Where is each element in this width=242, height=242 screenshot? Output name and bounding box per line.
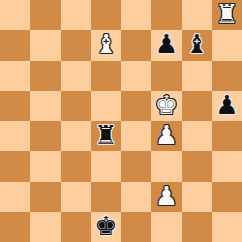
- square-e5[interactable]: [121, 91, 151, 121]
- square-e3[interactable]: [121, 151, 151, 181]
- square-d8[interactable]: [91, 0, 121, 30]
- square-h2[interactable]: [212, 182, 242, 212]
- square-a2[interactable]: [0, 182, 30, 212]
- square-d7[interactable]: ♝: [91, 30, 121, 60]
- white-pawn[interactable]: ♟: [155, 183, 178, 209]
- square-c5[interactable]: [61, 91, 91, 121]
- square-d3[interactable]: [91, 151, 121, 181]
- square-h6[interactable]: [212, 61, 242, 91]
- square-a7[interactable]: [0, 30, 30, 60]
- square-a6[interactable]: [0, 61, 30, 91]
- square-e6[interactable]: [121, 61, 151, 91]
- square-a3[interactable]: [0, 151, 30, 181]
- white-king[interactable]: ♚: [155, 92, 178, 118]
- chess-board: ♜♝♟♝♚♟♜♟♟♚: [0, 0, 242, 242]
- square-e8[interactable]: [121, 0, 151, 30]
- square-g3[interactable]: [182, 151, 212, 181]
- square-d2[interactable]: [91, 182, 121, 212]
- square-c6[interactable]: [61, 61, 91, 91]
- white-bishop[interactable]: ♝: [94, 31, 117, 57]
- square-g8[interactable]: [182, 0, 212, 30]
- square-a1[interactable]: [0, 212, 30, 242]
- square-h3[interactable]: [212, 151, 242, 181]
- square-c2[interactable]: [61, 182, 91, 212]
- square-c4[interactable]: [61, 121, 91, 151]
- square-c8[interactable]: [61, 0, 91, 30]
- square-d6[interactable]: [91, 61, 121, 91]
- square-d1[interactable]: ♚: [91, 212, 121, 242]
- square-f8[interactable]: [151, 0, 181, 30]
- black-king[interactable]: ♚: [94, 213, 117, 239]
- square-h1[interactable]: [212, 212, 242, 242]
- square-d4[interactable]: ♜: [91, 121, 121, 151]
- square-g2[interactable]: [182, 182, 212, 212]
- square-c7[interactable]: [61, 30, 91, 60]
- square-g7[interactable]: ♝: [182, 30, 212, 60]
- square-b1[interactable]: [30, 212, 60, 242]
- square-g4[interactable]: [182, 121, 212, 151]
- black-pawn[interactable]: ♟: [155, 31, 178, 57]
- black-bishop[interactable]: ♝: [185, 31, 208, 57]
- square-a5[interactable]: [0, 91, 30, 121]
- square-h5[interactable]: ♟: [212, 91, 242, 121]
- square-h8[interactable]: ♜: [212, 0, 242, 30]
- square-e7[interactable]: [121, 30, 151, 60]
- square-f7[interactable]: ♟: [151, 30, 181, 60]
- white-pawn[interactable]: ♟: [155, 122, 178, 148]
- square-c3[interactable]: [61, 151, 91, 181]
- square-h7[interactable]: [212, 30, 242, 60]
- square-g1[interactable]: [182, 212, 212, 242]
- square-b5[interactable]: [30, 91, 60, 121]
- square-g6[interactable]: [182, 61, 212, 91]
- square-f1[interactable]: [151, 212, 181, 242]
- square-e1[interactable]: [121, 212, 151, 242]
- square-a4[interactable]: [0, 121, 30, 151]
- square-e2[interactable]: [121, 182, 151, 212]
- square-e4[interactable]: [121, 121, 151, 151]
- square-b2[interactable]: [30, 182, 60, 212]
- square-b6[interactable]: [30, 61, 60, 91]
- square-b7[interactable]: [30, 30, 60, 60]
- square-b4[interactable]: [30, 121, 60, 151]
- square-a8[interactable]: [0, 0, 30, 30]
- white-rook[interactable]: ♜: [215, 1, 238, 27]
- square-f3[interactable]: [151, 151, 181, 181]
- square-b3[interactable]: [30, 151, 60, 181]
- square-d5[interactable]: [91, 91, 121, 121]
- square-h4[interactable]: [212, 121, 242, 151]
- square-g5[interactable]: [182, 91, 212, 121]
- square-c1[interactable]: [61, 212, 91, 242]
- black-pawn[interactable]: ♟: [215, 92, 238, 118]
- black-rook[interactable]: ♜: [94, 122, 117, 148]
- square-f6[interactable]: [151, 61, 181, 91]
- square-f5[interactable]: ♚: [151, 91, 181, 121]
- square-f4[interactable]: ♟: [151, 121, 181, 151]
- square-b8[interactable]: [30, 0, 60, 30]
- square-f2[interactable]: ♟: [151, 182, 181, 212]
